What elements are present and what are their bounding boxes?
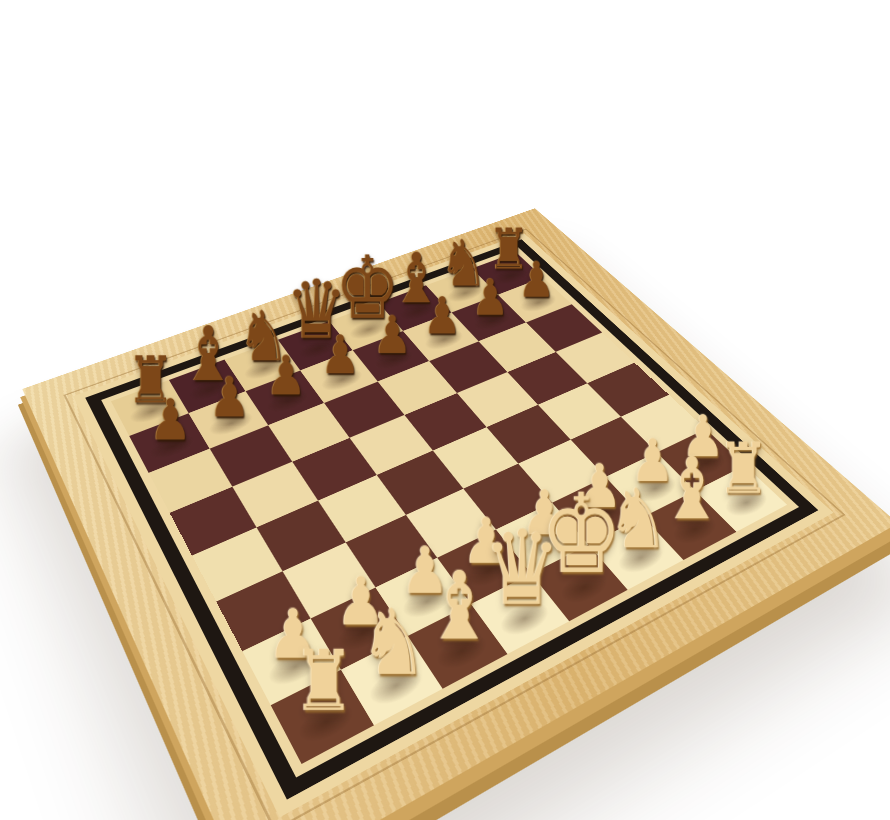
square-c5	[292, 438, 377, 501]
black-pawn-icon: ♟	[373, 309, 412, 361]
black-pawn-icon: ♟	[472, 272, 510, 322]
black-pawn-icon: ♟	[209, 370, 251, 426]
perspective-wrapper: ♜♝♞♛♚♝♞♜♟♟♟♟♟♟♟♟♟♟♟♟♟♟♟♟♜♞♝♛♚♞♝♜	[0, 0, 890, 820]
white-queen-icon: ♛	[483, 517, 560, 621]
white-knight-icon: ♞	[359, 596, 428, 688]
black-pawn-icon: ♟	[423, 290, 461, 341]
black-pawn-icon: ♟	[149, 392, 191, 449]
white-bishop-icon: ♝	[660, 446, 724, 531]
chess-board: ♜♝♞♛♚♝♞♜♟♟♟♟♟♟♟♟♟♟♟♟♟♟♟♟♜♞♝♛♚♞♝♜	[22, 208, 890, 820]
white-rook-icon: ♜	[293, 640, 356, 724]
black-pawn-icon: ♟	[518, 255, 555, 304]
product-photo-chess-set: ♜♝♞♛♚♝♞♜♟♟♟♟♟♟♟♟♟♟♟♟♟♟♟♟♜♞♝♛♚♞♝♜	[0, 0, 890, 820]
white-rook-icon: ♜	[717, 434, 770, 504]
black-pawn-icon: ♟	[266, 348, 307, 402]
white-bishop-icon: ♝	[424, 559, 494, 653]
black-pawn-icon: ♟	[320, 328, 360, 381]
